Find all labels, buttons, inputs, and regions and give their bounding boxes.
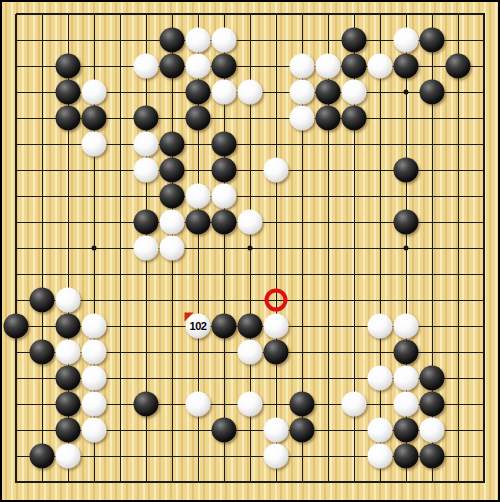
white-stone [56,444,81,469]
grid-line-vertical [458,14,459,483]
black-stone [394,158,419,183]
black-stone [134,106,159,131]
black-stone [394,340,419,365]
white-stone [394,314,419,339]
star-point [248,246,253,251]
white-stone [368,366,393,391]
black-stone [56,314,81,339]
white-stone [134,236,159,261]
black-stone [30,444,55,469]
white-stone [394,366,419,391]
black-stone [56,418,81,443]
black-stone [342,28,367,53]
white-stone [264,444,289,469]
black-stone [394,444,419,469]
star-point [404,90,409,95]
black-stone [160,28,185,53]
black-stone [394,418,419,443]
white-stone [82,132,107,157]
white-stone [186,392,211,417]
black-stone [134,210,159,235]
black-stone [290,392,315,417]
black-stone [238,314,263,339]
black-stone [212,210,237,235]
black-stone [134,392,159,417]
white-stone [82,80,107,105]
white-stone [134,54,159,79]
white-stone [238,80,263,105]
grid-line-vertical [276,14,277,483]
white-stone [186,54,211,79]
white-stone [238,210,263,235]
white-stone [342,392,367,417]
black-stone [56,106,81,131]
white-stone [186,184,211,209]
white-stone [264,158,289,183]
black-stone [342,106,367,131]
star-point [404,246,409,251]
black-stone [82,106,107,131]
white-stone [82,366,107,391]
grid-line-horizontal [16,300,485,301]
white-stone [342,80,367,105]
black-stone [212,54,237,79]
white-stone [264,418,289,443]
black-stone [290,418,315,443]
white-stone [186,28,211,53]
white-stone [134,158,159,183]
black-stone [212,418,237,443]
white-stone [290,106,315,131]
black-stone [394,210,419,235]
white-stone [212,28,237,53]
grid-line-horizontal [16,481,485,483]
black-stone [342,54,367,79]
white-stone [238,340,263,365]
star-point [92,246,97,251]
black-stone [212,314,237,339]
black-stone [394,54,419,79]
black-stone [160,54,185,79]
black-stone [446,54,471,79]
black-stone [160,184,185,209]
black-stone [420,28,445,53]
white-stone [82,418,107,443]
white-stone [82,314,107,339]
go-board-screenshot: 102 [0,0,500,502]
white-stone [56,288,81,313]
white-stone [368,418,393,443]
red-triangle-flag-marker [185,313,194,322]
black-stone [316,106,341,131]
red-circle-marker [265,289,288,312]
white-stone [368,54,393,79]
black-stone [160,132,185,157]
black-stone [420,444,445,469]
white-stone [290,54,315,79]
white-stone [212,80,237,105]
white-stone [212,184,237,209]
move-number-label: 102 [190,321,207,332]
black-stone [316,80,341,105]
black-stone [186,80,211,105]
white-stone [160,236,185,261]
black-stone [30,288,55,313]
black-stone [212,158,237,183]
black-stone [186,106,211,131]
grid-line-horizontal [16,274,485,275]
white-stone [82,340,107,365]
grid-line-vertical [380,14,381,483]
black-stone [420,366,445,391]
black-stone [420,80,445,105]
white-stone [368,444,393,469]
black-stone [56,392,81,417]
black-stone [30,340,55,365]
black-stone [186,210,211,235]
white-stone [290,80,315,105]
black-stone [56,366,81,391]
black-stone [160,158,185,183]
black-stone [420,392,445,417]
white-stone [160,210,185,235]
black-stone [56,54,81,79]
white-stone [394,28,419,53]
black-stone [4,314,29,339]
white-stone [56,340,81,365]
white-stone [82,392,107,417]
white-stone [368,314,393,339]
white-stone [264,314,289,339]
black-stone [212,132,237,157]
grid-line-vertical [483,14,485,483]
black-stone [264,340,289,365]
white-stone [134,132,159,157]
white-stone [394,392,419,417]
white-stone [316,54,341,79]
black-stone [56,80,81,105]
white-stone [238,392,263,417]
white-stone [420,418,445,443]
